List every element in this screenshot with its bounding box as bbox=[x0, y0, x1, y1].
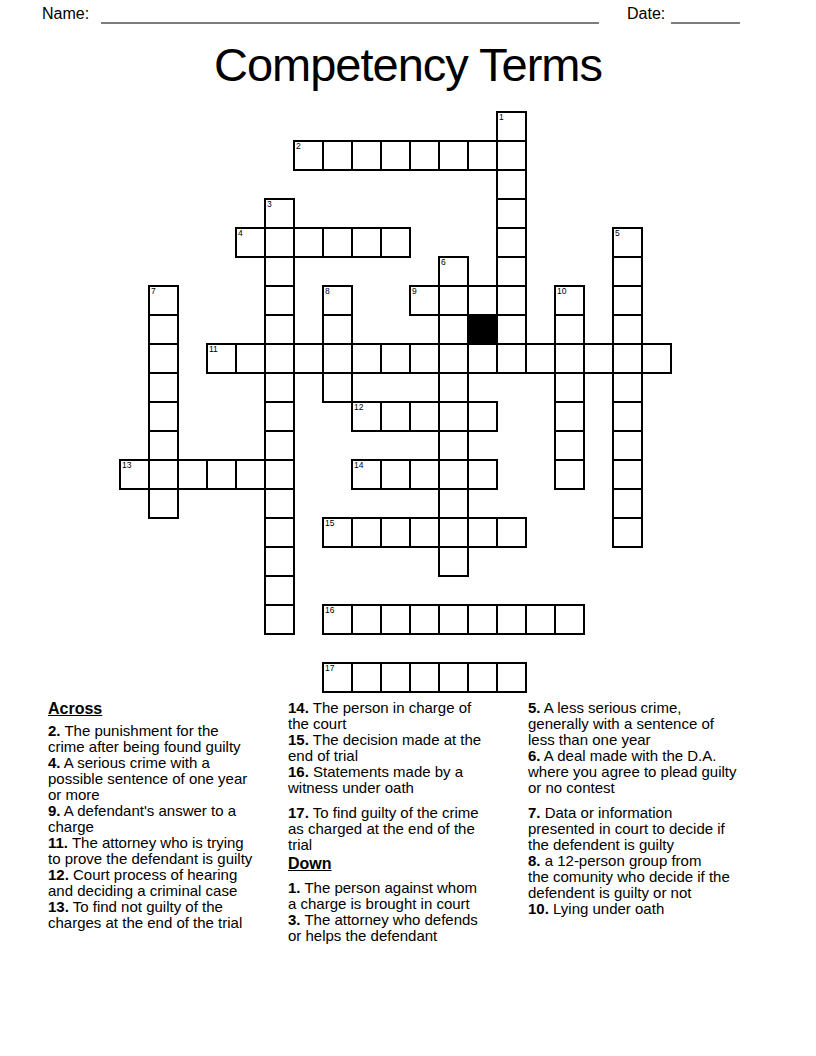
grid-cell[interactable] bbox=[525, 604, 556, 635]
clue-text: A deal made with the D.A. where you agre… bbox=[528, 747, 736, 796]
clue-item-10: 10. Lying under oath bbox=[528, 901, 786, 917]
clue-item-2: 2. The punishment for the crime after be… bbox=[48, 723, 286, 755]
grid-cell[interactable] bbox=[438, 343, 469, 374]
grid-cell[interactable] bbox=[264, 401, 295, 432]
clue-number: 10. bbox=[528, 900, 549, 917]
clue-text: The punishment for the crime after being… bbox=[48, 722, 241, 755]
name-label: Name: bbox=[42, 5, 89, 23]
grid-cell[interactable] bbox=[438, 430, 469, 461]
grid-cell[interactable] bbox=[496, 256, 527, 287]
cell-number: 2 bbox=[296, 142, 301, 151]
grid-cell[interactable] bbox=[264, 546, 295, 577]
grid-cell[interactable] bbox=[467, 140, 498, 171]
clue-text: To find guilty of the crime as charged a… bbox=[288, 804, 479, 853]
grid-cell[interactable] bbox=[438, 372, 469, 403]
grid-cell[interactable] bbox=[496, 343, 527, 374]
grid-cell[interactable] bbox=[322, 343, 353, 374]
clue-number: 14. bbox=[288, 699, 309, 716]
clue-number: 7. bbox=[528, 804, 541, 821]
clue-text: Statements made by a witness under oath bbox=[288, 763, 463, 796]
clue-item-7: 7. Data or information presented in cour… bbox=[528, 805, 786, 853]
grid-cell[interactable] bbox=[438, 517, 469, 548]
clue-number: 9. bbox=[48, 802, 61, 819]
cell-number: 3 bbox=[267, 200, 272, 209]
grid-cell[interactable] bbox=[380, 227, 411, 258]
cell-number: 6 bbox=[441, 258, 446, 267]
date-blank-line[interactable] bbox=[671, 22, 740, 24]
grid-cell[interactable] bbox=[496, 285, 527, 316]
cell-number: 13 bbox=[122, 461, 131, 470]
clue-item-12: 12. Court process of hearing and decidin… bbox=[48, 867, 286, 899]
grid-cell[interactable] bbox=[612, 256, 643, 287]
grid-cell[interactable] bbox=[351, 140, 382, 171]
grid-cell[interactable] bbox=[438, 459, 469, 490]
cell-number: 17 bbox=[325, 664, 334, 673]
grid-cell[interactable] bbox=[554, 372, 585, 403]
grid-cell[interactable] bbox=[467, 517, 498, 548]
clue-text: A defendant's answer to a charge bbox=[48, 802, 236, 835]
grid-cell[interactable] bbox=[264, 343, 295, 374]
clue-text: A serious crime with a possible sentence… bbox=[48, 754, 247, 803]
grid-cell[interactable] bbox=[641, 343, 672, 374]
grid-cell[interactable] bbox=[438, 285, 469, 316]
down-header: Down bbox=[288, 855, 526, 873]
grid-cell[interactable] bbox=[380, 401, 411, 432]
clue-number: 2. bbox=[48, 722, 61, 739]
clue-number: 5. bbox=[528, 699, 541, 716]
grid-cell[interactable] bbox=[438, 488, 469, 519]
clue-item-17: 17. To find guilty of the crime as charg… bbox=[288, 805, 526, 853]
across-header: Across bbox=[48, 700, 286, 718]
grid-cell[interactable] bbox=[351, 662, 382, 693]
grid-cell[interactable] bbox=[351, 604, 382, 635]
grid-cell[interactable] bbox=[438, 604, 469, 635]
clue-number: 8. bbox=[528, 852, 541, 869]
worksheet-page: Name: Date: Competency Terms 12345678910… bbox=[0, 0, 816, 1056]
clue-item-4: 4. A serious crime with a possible sente… bbox=[48, 755, 286, 803]
grid-cell[interactable] bbox=[264, 575, 295, 606]
grid-cell[interactable] bbox=[554, 459, 585, 490]
grid-cell[interactable] bbox=[409, 140, 440, 171]
clue-item-3: 3. The attorney who defends or helps the… bbox=[288, 912, 526, 944]
grid-cell[interactable] bbox=[554, 314, 585, 345]
grid-cell[interactable] bbox=[264, 256, 295, 287]
grid-cell[interactable] bbox=[264, 314, 295, 345]
grid-cell[interactable] bbox=[264, 227, 295, 258]
grid-cell[interactable] bbox=[264, 372, 295, 403]
grid-cell[interactable] bbox=[148, 430, 179, 461]
grid-cell[interactable] bbox=[467, 285, 498, 316]
grid-cell[interactable] bbox=[612, 517, 643, 548]
clue-number: 4. bbox=[48, 754, 61, 771]
clues-column-3: 5. A less serious crime, generally with … bbox=[528, 700, 786, 917]
grid-cell[interactable] bbox=[322, 372, 353, 403]
clue-item-8: 8. a 12-person group from the comunity w… bbox=[528, 853, 786, 901]
grid-cell[interactable] bbox=[612, 401, 643, 432]
blocked-cell bbox=[467, 314, 498, 345]
clue-text: Lying under oath bbox=[549, 900, 664, 917]
clue-number: 6. bbox=[528, 747, 541, 764]
grid-cell[interactable] bbox=[612, 430, 643, 461]
grid-cell[interactable] bbox=[496, 169, 527, 200]
clue-text: To find not guilty of the charges at the… bbox=[48, 898, 242, 931]
grid-cell[interactable] bbox=[293, 343, 324, 374]
grid-cell[interactable] bbox=[351, 227, 382, 258]
clues-column-2: 14. The person in charge of the court15.… bbox=[288, 700, 526, 944]
grid-cell[interactable] bbox=[409, 459, 440, 490]
grid-cell[interactable] bbox=[554, 401, 585, 432]
cell-number: 10 bbox=[557, 287, 566, 296]
grid-cell[interactable] bbox=[438, 662, 469, 693]
clue-number: 11. bbox=[48, 834, 68, 851]
grid-cell[interactable] bbox=[177, 459, 208, 490]
grid-cell[interactable] bbox=[380, 604, 411, 635]
cell-number: 11 bbox=[209, 345, 218, 354]
clue-text: Court process of hearing and deciding a … bbox=[48, 866, 237, 899]
grid-cell[interactable] bbox=[264, 604, 295, 635]
grid-cell[interactable] bbox=[612, 372, 643, 403]
grid-cell[interactable] bbox=[496, 517, 527, 548]
grid-cell[interactable] bbox=[380, 662, 411, 693]
clue-number: 17. bbox=[288, 804, 309, 821]
grid-cell[interactable] bbox=[264, 430, 295, 461]
clue-text: a 12-person group from the comunity who … bbox=[528, 852, 730, 901]
grid-cell[interactable] bbox=[351, 517, 382, 548]
grid-cell[interactable] bbox=[409, 662, 440, 693]
cell-number: 8 bbox=[325, 287, 330, 296]
clue-item-11: 11. The attorney who is trying to prove … bbox=[48, 835, 286, 867]
grid-cell[interactable] bbox=[148, 488, 179, 519]
grid-cell[interactable] bbox=[438, 140, 469, 171]
grid-cell[interactable] bbox=[612, 459, 643, 490]
grid-cell[interactable] bbox=[467, 401, 498, 432]
grid-cell[interactable] bbox=[612, 285, 643, 316]
clues-column-1: Across2. The punishment for the crime af… bbox=[48, 700, 286, 931]
grid-cell[interactable] bbox=[496, 604, 527, 635]
grid-cell[interactable] bbox=[235, 343, 266, 374]
clue-item-6: 6. A deal made with the D.A. where you a… bbox=[528, 748, 786, 796]
clue-number: 1. bbox=[288, 879, 301, 896]
puzzle-title: Competency Terms bbox=[0, 37, 816, 92]
grid-cell[interactable] bbox=[467, 459, 498, 490]
grid-cell[interactable] bbox=[148, 314, 179, 345]
clue-item-15: 15. The decision made at the end of tria… bbox=[288, 732, 526, 764]
cell-number: 7 bbox=[151, 287, 156, 296]
grid-cell[interactable] bbox=[264, 459, 295, 490]
clue-item-1: 1. The person against whom a charge is b… bbox=[288, 880, 526, 912]
grid-cell[interactable] bbox=[380, 140, 411, 171]
grid-cell[interactable] bbox=[583, 343, 614, 374]
grid-cell[interactable] bbox=[409, 343, 440, 374]
grid-cell[interactable] bbox=[409, 517, 440, 548]
clue-item-13: 13. To find not guilty of the charges at… bbox=[48, 899, 286, 931]
grid-cell[interactable] bbox=[554, 604, 585, 635]
grid-cell[interactable] bbox=[496, 227, 527, 258]
clue-number: 12. bbox=[48, 866, 69, 883]
crossword-grid: 1234567891011121314151617 bbox=[119, 111, 672, 693]
clue-number: 3. bbox=[288, 911, 301, 928]
clue-number: 15. bbox=[288, 731, 309, 748]
grid-cell[interactable] bbox=[496, 662, 527, 693]
grid-cell[interactable] bbox=[351, 343, 382, 374]
grid-cell[interactable] bbox=[148, 372, 179, 403]
clue-item-9: 9. A defendant's answer to a charge bbox=[48, 803, 286, 835]
grid-cell[interactable] bbox=[438, 314, 469, 345]
grid-cell[interactable] bbox=[380, 459, 411, 490]
grid-cell[interactable] bbox=[525, 343, 556, 374]
cell-number: 4 bbox=[238, 229, 243, 238]
grid-cell[interactable] bbox=[496, 140, 527, 171]
grid-cell[interactable] bbox=[264, 285, 295, 316]
clue-number: 16. bbox=[288, 763, 309, 780]
cell-number: 1 bbox=[499, 113, 504, 122]
cell-number: 12 bbox=[354, 403, 363, 412]
grid-cell[interactable] bbox=[235, 459, 266, 490]
name-blank-line[interactable] bbox=[101, 22, 599, 24]
clue-item-14: 14. The person in charge of the court bbox=[288, 700, 526, 732]
clue-item-16: 16. Statements made by a witness under o… bbox=[288, 764, 526, 796]
clue-text: The attorney who is trying to prove the … bbox=[48, 834, 252, 867]
grid-cell[interactable] bbox=[148, 401, 179, 432]
grid-cell[interactable] bbox=[380, 517, 411, 548]
date-label: Date: bbox=[627, 5, 665, 23]
cell-number: 14 bbox=[354, 461, 363, 470]
grid-cell[interactable] bbox=[612, 488, 643, 519]
grid-cell[interactable] bbox=[467, 662, 498, 693]
cell-number: 5 bbox=[615, 229, 620, 238]
grid-cell[interactable] bbox=[554, 430, 585, 461]
clue-text: The person against whom a charge is brou… bbox=[288, 879, 477, 912]
grid-cell[interactable] bbox=[438, 546, 469, 577]
grid-cell[interactable] bbox=[322, 140, 353, 171]
grid-cell[interactable] bbox=[438, 401, 469, 432]
clue-text: The person in charge of the court bbox=[288, 699, 471, 732]
grid-cell[interactable] bbox=[409, 401, 440, 432]
grid-cell[interactable] bbox=[322, 227, 353, 258]
grid-cell[interactable] bbox=[554, 343, 585, 374]
grid-cell[interactable] bbox=[264, 488, 295, 519]
grid-cell[interactable] bbox=[206, 459, 237, 490]
grid-cell[interactable] bbox=[496, 314, 527, 345]
grid-cell[interactable] bbox=[612, 314, 643, 345]
grid-cell[interactable] bbox=[612, 343, 643, 374]
cell-number: 15 bbox=[325, 519, 334, 528]
clue-text: The decision made at the end of trial bbox=[288, 731, 481, 764]
clue-number: 13. bbox=[48, 898, 69, 915]
clue-text: Data or information presented in court t… bbox=[528, 804, 725, 853]
clue-text: A less serious crime, generally with a s… bbox=[528, 699, 714, 748]
grid-cell[interactable] bbox=[496, 198, 527, 229]
grid-cell[interactable] bbox=[467, 343, 498, 374]
grid-cell[interactable] bbox=[380, 343, 411, 374]
clue-item-5: 5. A less serious crime, generally with … bbox=[528, 700, 786, 748]
cell-number: 16 bbox=[325, 606, 334, 615]
grid-cell[interactable] bbox=[148, 343, 179, 374]
grid-cell[interactable] bbox=[293, 227, 324, 258]
clue-text: The attorney who defends or helps the de… bbox=[288, 911, 478, 944]
grid-cell[interactable] bbox=[409, 604, 440, 635]
cell-number: 9 bbox=[412, 287, 417, 296]
grid-cell[interactable] bbox=[264, 517, 295, 548]
grid-cell[interactable] bbox=[322, 314, 353, 345]
grid-cell[interactable] bbox=[467, 604, 498, 635]
grid-cell[interactable] bbox=[148, 459, 179, 490]
